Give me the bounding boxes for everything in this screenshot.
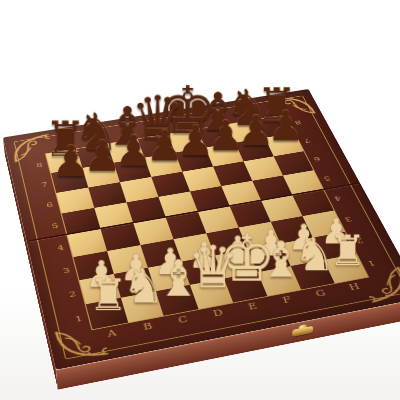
piece-white-rook[interactable]: ♜ (69, 273, 146, 317)
scene: ABCDEFGH 87654321 87654321 ♜♞♝♛♚♝♞♜♟♟♟♟♟… (0, 0, 400, 400)
file-label-d: D (199, 303, 239, 323)
clasp-plate-icon (292, 326, 313, 337)
chessboard-box: ABCDEFGH 87654321 87654321 ♜♞♝♛♚♝♞♜♟♟♟♟♟… (3, 89, 400, 370)
clasp-latch (292, 323, 313, 338)
